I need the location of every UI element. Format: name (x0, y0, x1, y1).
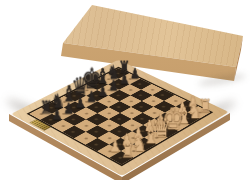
piece-white-pawn[interactable]: ♟ (110, 138, 121, 154)
piece-black-pawn[interactable]: ♟ (109, 78, 119, 93)
chess-board[interactable]: ♜♞♝♛♚♝♞♜♟♟♟♟♟♟♟♟♟♟♟♟♟♟♟♟♜♞♝♛♚♝♞♜ (11, 60, 229, 176)
piece-black-pawn[interactable]: ♟ (64, 101, 75, 116)
piece-black-pawn[interactable]: ♟ (86, 90, 97, 105)
piece-black-pawn[interactable]: ♟ (130, 67, 140, 81)
piece-black-pawn[interactable]: ♟ (98, 84, 109, 99)
piece-black-pawn[interactable]: ♟ (75, 95, 86, 110)
board-grid: ♜♞♝♛♚♝♞♜♟♟♟♟♟♟♟♟♟♟♟♟♟♟♟♟♜♞♝♛♚♝♞♜ (27, 67, 214, 166)
piece-white-rook[interactable]: ♜ (121, 142, 135, 161)
piece-black-pawn[interactable]: ♟ (119, 73, 129, 87)
product-photo-scene: ♜♞♝♛♚♝♞♜♟♟♟♟♟♟♟♟♟♟♟♟♟♟♟♟♜♞♝♛♚♝♞♜ (0, 0, 250, 180)
piece-black-pawn[interactable]: ♟ (52, 107, 63, 122)
square-d5[interactable] (97, 107, 120, 119)
